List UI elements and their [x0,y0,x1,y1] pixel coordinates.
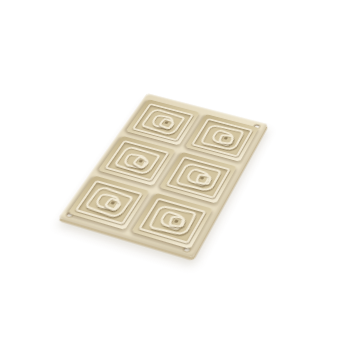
cavity-top-face [165,156,230,199]
mold-cavity-4 [159,152,237,204]
product-photo [0,0,345,345]
mold-cavity-2 [185,114,259,162]
cavity-top-face [191,118,253,157]
mold-cavity-6 [131,193,213,249]
cavity-top-face [74,180,143,225]
cavity-top-face [104,140,169,181]
cavity-top-face [138,197,207,243]
cavity-top-face [132,103,194,141]
silicone-mold [58,93,268,258]
